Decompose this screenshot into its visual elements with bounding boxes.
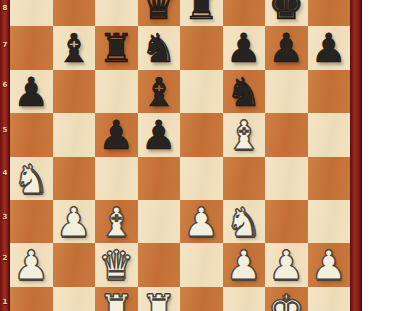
piece-white-knight[interactable]: ♞ [226,201,262,244]
square-f3[interactable]: ♞ [223,200,266,243]
square-h8[interactable] [308,0,351,26]
piece-white-pawn[interactable]: ♟ [311,244,347,287]
square-f7[interactable]: ♟ [223,26,266,69]
piece-black-pawn[interactable]: ♟ [268,27,304,70]
piece-white-pawn[interactable]: ♟ [268,244,304,287]
board-viewport: ♛♜♚♝♜♞♟♟♟♟♝♞♟♟♝♞♟♝♟♞♟♛♟♟♟♜♜♚ 87654321 [0,0,414,311]
square-c8[interactable] [95,0,138,26]
square-e6[interactable] [180,70,223,113]
square-b6[interactable] [53,70,96,113]
piece-black-bishop[interactable]: ♝ [56,27,92,70]
piece-white-bishop[interactable]: ♝ [226,114,262,157]
square-a5[interactable] [10,113,53,156]
board-frame-right [350,0,362,311]
piece-white-king[interactable]: ♚ [268,288,304,311]
square-b2[interactable] [53,243,96,286]
square-c1[interactable]: ♜ [95,287,138,311]
square-h5[interactable] [308,113,351,156]
square-e8[interactable]: ♜ [180,0,223,26]
piece-black-bishop[interactable]: ♝ [141,71,177,114]
piece-black-pawn[interactable]: ♟ [141,114,177,157]
square-c3[interactable]: ♝ [95,200,138,243]
rank-label-7: 7 [0,40,10,50]
square-h2[interactable]: ♟ [308,243,351,286]
piece-black-queen[interactable]: ♛ [141,0,177,27]
square-h7[interactable]: ♟ [308,26,351,69]
square-d8[interactable]: ♛ [138,0,181,26]
square-h3[interactable] [308,200,351,243]
square-b4[interactable] [53,157,96,200]
square-c5[interactable]: ♟ [95,113,138,156]
piece-black-knight[interactable]: ♞ [141,27,177,70]
square-f6[interactable]: ♞ [223,70,266,113]
piece-black-rook[interactable]: ♜ [183,0,219,27]
square-f1[interactable] [223,287,266,311]
square-b5[interactable] [53,113,96,156]
square-a7[interactable] [10,26,53,69]
square-e7[interactable] [180,26,223,69]
piece-white-pawn[interactable]: ♟ [13,244,49,287]
piece-white-rook[interactable]: ♜ [141,288,177,311]
square-e4[interactable] [180,157,223,200]
square-g3[interactable] [265,200,308,243]
square-a4[interactable]: ♞ [10,157,53,200]
rank-label-2: 2 [0,253,10,263]
piece-black-pawn[interactable]: ♟ [311,27,347,70]
piece-black-pawn[interactable]: ♟ [13,71,49,114]
square-b7[interactable]: ♝ [53,26,96,69]
rank-label-6: 6 [0,80,10,90]
square-g2[interactable]: ♟ [265,243,308,286]
square-d2[interactable] [138,243,181,286]
square-g4[interactable] [265,157,308,200]
square-d5[interactable]: ♟ [138,113,181,156]
piece-white-knight[interactable]: ♞ [13,158,49,201]
piece-white-pawn[interactable]: ♟ [183,201,219,244]
square-g7[interactable]: ♟ [265,26,308,69]
square-d3[interactable] [138,200,181,243]
square-b1[interactable] [53,287,96,311]
square-f8[interactable] [223,0,266,26]
rank-label-5: 5 [0,125,10,135]
square-c6[interactable] [95,70,138,113]
square-d7[interactable]: ♞ [138,26,181,69]
piece-black-knight[interactable]: ♞ [226,71,262,114]
square-c2[interactable]: ♛ [95,243,138,286]
square-f4[interactable] [223,157,266,200]
square-a6[interactable]: ♟ [10,70,53,113]
square-g1[interactable]: ♚ [265,287,308,311]
square-f5[interactable]: ♝ [223,113,266,156]
piece-black-king[interactable]: ♚ [268,0,304,27]
square-g8[interactable]: ♚ [265,0,308,26]
square-h6[interactable] [308,70,351,113]
square-g5[interactable] [265,113,308,156]
piece-black-pawn[interactable]: ♟ [98,114,134,157]
square-e5[interactable] [180,113,223,156]
square-g6[interactable] [265,70,308,113]
square-c7[interactable]: ♜ [95,26,138,69]
square-h4[interactable] [308,157,351,200]
rank-label-3: 3 [0,212,10,222]
square-d4[interactable] [138,157,181,200]
square-a3[interactable] [10,200,53,243]
square-e2[interactable] [180,243,223,286]
square-c4[interactable] [95,157,138,200]
rank-label-1: 1 [0,297,10,307]
square-a1[interactable] [10,287,53,311]
chess-board: ♛♜♚♝♜♞♟♟♟♟♝♞♟♟♝♞♟♝♟♞♟♛♟♟♟♜♜♚ [10,0,350,311]
piece-black-rook[interactable]: ♜ [98,27,134,70]
square-b8[interactable] [53,0,96,26]
piece-white-rook[interactable]: ♜ [98,288,134,311]
square-d6[interactable]: ♝ [138,70,181,113]
square-e1[interactable] [180,287,223,311]
piece-white-bishop[interactable]: ♝ [98,201,134,244]
square-e3[interactable]: ♟ [180,200,223,243]
square-a2[interactable]: ♟ [10,243,53,286]
rank-label-4: 4 [0,168,10,178]
piece-white-queen[interactable]: ♛ [98,244,134,287]
piece-white-pawn[interactable]: ♟ [56,201,92,244]
square-a8[interactable] [10,0,53,26]
square-f2[interactable]: ♟ [223,243,266,286]
piece-white-pawn[interactable]: ♟ [226,244,262,287]
square-h1[interactable] [308,287,351,311]
square-b3[interactable]: ♟ [53,200,96,243]
square-d1[interactable]: ♜ [138,287,181,311]
piece-black-pawn[interactable]: ♟ [226,27,262,70]
rank-label-8: 8 [0,3,10,13]
